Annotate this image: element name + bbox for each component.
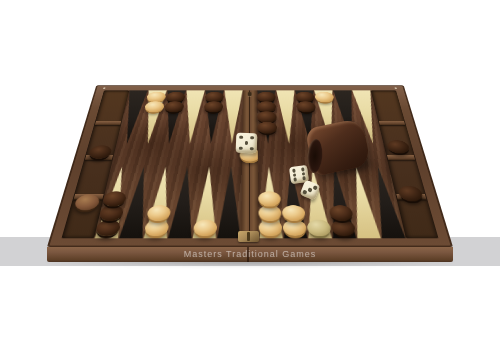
checker-cream[interactable] (146, 205, 171, 221)
checker-brown[interactable] (330, 220, 356, 237)
quadrant-top-left (117, 90, 244, 143)
checker-cream[interactable] (144, 220, 170, 237)
checker-brown[interactable] (99, 205, 125, 221)
backgammon-board (47, 85, 453, 247)
checker-cream[interactable] (259, 220, 283, 237)
watermark-text: Masters Traditional Games (47, 249, 453, 259)
checker-cream[interactable] (259, 191, 282, 206)
point[interactable] (200, 90, 224, 143)
checker-cream[interactable] (314, 92, 334, 103)
checker-cream[interactable] (259, 205, 282, 221)
checker-brown[interactable] (164, 101, 185, 112)
checker-brown[interactable] (258, 122, 278, 134)
rack-divider (379, 121, 405, 125)
quadrant-bottom-left (94, 167, 242, 239)
checker-brown[interactable] (329, 205, 354, 221)
rack-divider (387, 155, 415, 160)
die-on-bar[interactable] (236, 133, 258, 154)
checker-olive[interactable] (307, 220, 332, 237)
checker-cream[interactable] (144, 101, 165, 112)
quadrant-bottom-right (258, 167, 406, 239)
checker-brown[interactable] (296, 101, 316, 112)
checker-brown[interactable] (204, 101, 224, 112)
board-front-rail: Masters Traditional Games (47, 247, 453, 262)
rack-checker-brown[interactable] (386, 140, 411, 153)
board-scene (47, 0, 453, 247)
checker-cream[interactable] (283, 220, 307, 237)
rack-divider (95, 121, 121, 125)
checker-cream[interactable] (282, 205, 306, 221)
checker-cream[interactable] (193, 220, 217, 237)
checker-brown[interactable] (95, 220, 122, 237)
product-photo: Masters Traditional Games (0, 0, 500, 337)
checker-brown[interactable] (102, 191, 128, 206)
point[interactable] (217, 167, 242, 239)
brass-clasp (238, 231, 259, 242)
